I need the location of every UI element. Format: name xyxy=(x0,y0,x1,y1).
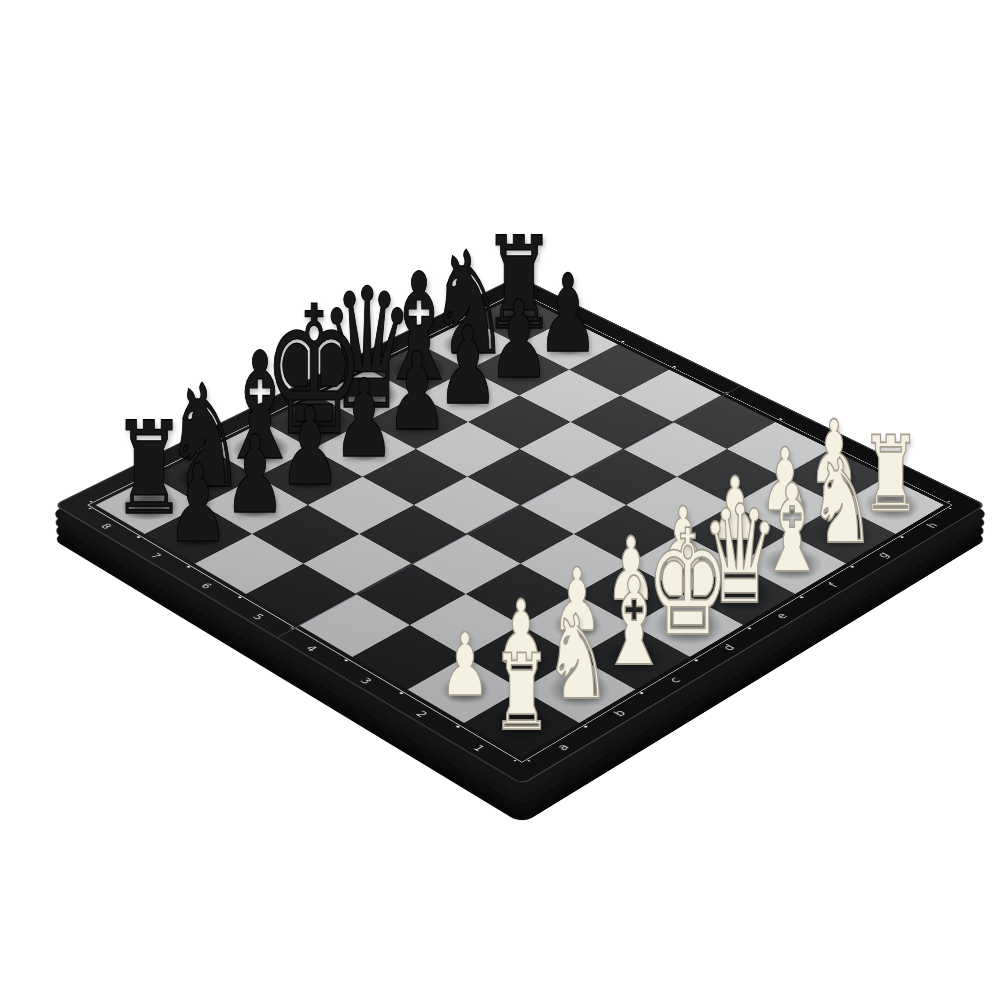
chess-set-scene: abcdefgh12345678 xyxy=(0,0,1000,1000)
chess-board: abcdefgh12345678 xyxy=(53,276,986,785)
product-photo: abcdefgh12345678 ♜♟♞♟♝♟♛♟♚♟♝♟♟♞♟♟♜♜♟♟♞♟♝… xyxy=(0,0,1000,1000)
